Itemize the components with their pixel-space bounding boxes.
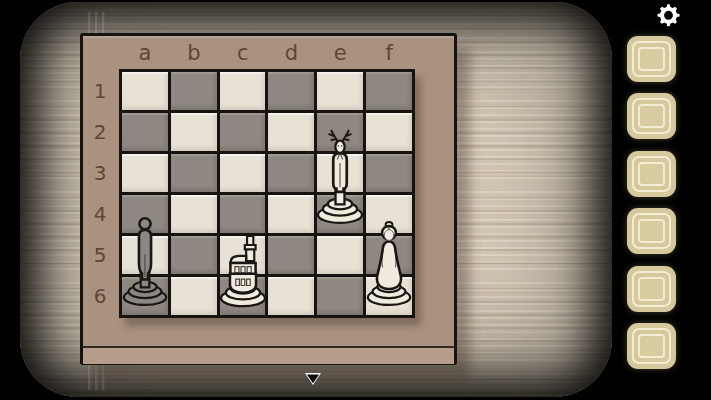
piece-house-c6[interactable] — [216, 227, 270, 308]
slot-inner-ring — [638, 104, 665, 128]
file-label-b: b — [171, 42, 217, 64]
file-label-c: c — [220, 42, 266, 64]
rank-label-4: 4 — [86, 202, 114, 226]
slot-inner-ring — [638, 277, 665, 301]
rank-label-5: 5 — [86, 243, 114, 267]
square-e6[interactable] — [317, 277, 363, 315]
inventory-slot-5[interactable] — [627, 266, 676, 312]
piece-woman-f6[interactable] — [363, 213, 415, 308]
slot-inner-ring — [638, 219, 665, 243]
piece-man-a6[interactable] — [119, 213, 171, 308]
square-d1[interactable] — [268, 72, 314, 110]
square-d5[interactable] — [268, 236, 314, 274]
square-e1[interactable] — [317, 72, 363, 110]
inventory-slot-3[interactable] — [627, 151, 676, 197]
file-label-e: e — [317, 42, 363, 64]
square-b5[interactable] — [171, 236, 217, 274]
square-c1[interactable] — [220, 72, 266, 110]
rank-label-2: 2 — [86, 120, 114, 144]
square-c3[interactable] — [220, 154, 266, 192]
square-a2[interactable] — [122, 113, 168, 151]
square-b2[interactable] — [171, 113, 217, 151]
square-b6[interactable] — [171, 277, 217, 315]
inventory-slot-4[interactable] — [627, 208, 676, 254]
square-b1[interactable] — [171, 72, 217, 110]
square-b4[interactable] — [171, 195, 217, 233]
board-ledge — [83, 346, 454, 364]
square-f3[interactable] — [366, 154, 412, 192]
navigate-down-arrow[interactable] — [303, 371, 323, 387]
down-arrow-icon — [303, 371, 323, 387]
inventory-slot-6[interactable] — [627, 323, 676, 369]
settings-button[interactable] — [655, 3, 682, 30]
rank-label-6: 6 — [86, 284, 114, 308]
slot-inner-ring — [638, 334, 665, 358]
square-a3[interactable] — [122, 154, 168, 192]
square-d2[interactable] — [268, 113, 314, 151]
file-label-d: d — [268, 42, 314, 64]
rank-label-1: 1 — [86, 79, 114, 103]
square-b3[interactable] — [171, 154, 217, 192]
file-label-f: f — [366, 42, 412, 64]
square-f1[interactable] — [366, 72, 412, 110]
square-d3[interactable] — [268, 154, 314, 192]
gear-icon — [655, 3, 682, 30]
square-a1[interactable] — [122, 72, 168, 110]
square-f2[interactable] — [366, 113, 412, 151]
rank-label-3: 3 — [86, 161, 114, 185]
square-e5[interactable] — [317, 236, 363, 274]
square-d6[interactable] — [268, 277, 314, 315]
slot-inner-ring — [638, 47, 665, 71]
inventory-slot-2[interactable] — [627, 93, 676, 139]
game-screen: abcdef 123456 — [0, 0, 711, 400]
file-label-a: a — [122, 42, 168, 64]
square-d4[interactable] — [268, 195, 314, 233]
inventory-slot-1[interactable] — [627, 36, 676, 82]
piece-deer-e4[interactable] — [313, 127, 367, 226]
square-c2[interactable] — [220, 113, 266, 151]
slot-inner-ring — [638, 162, 665, 186]
